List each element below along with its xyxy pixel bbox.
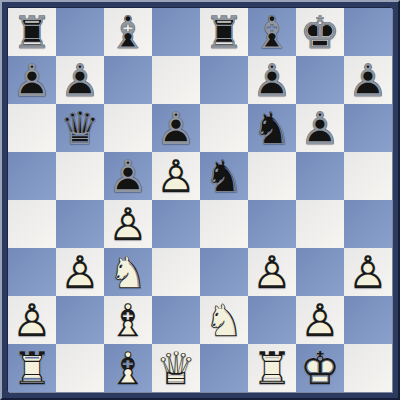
square-a8[interactable]: ♜♖ [8, 8, 56, 56]
black-king-icon: ♚ [296, 8, 344, 56]
black-pawn-outline-icon: ♙ [152, 104, 200, 152]
square-d3[interactable] [152, 248, 200, 296]
square-f2[interactable] [248, 296, 296, 344]
black-rook-icon: ♜ [8, 8, 56, 56]
white-bishop-outline-icon: ♗ [104, 296, 152, 344]
square-f3[interactable]: ♟♙ [248, 248, 296, 296]
black-pawn-outline-icon: ♙ [8, 56, 56, 104]
white-bishop-icon: ♝ [104, 344, 152, 392]
black-pawn-icon: ♟ [56, 56, 104, 104]
black-queen-icon: ♛ [56, 104, 104, 152]
black-pawn-outline-icon: ♙ [296, 104, 344, 152]
square-g6[interactable]: ♟♙ [296, 104, 344, 152]
square-b6[interactable]: ♛♕ [56, 104, 104, 152]
black-pawn-icon: ♟ [344, 56, 392, 104]
square-d2[interactable] [152, 296, 200, 344]
white-pawn-outline-icon: ♙ [8, 296, 56, 344]
square-h3[interactable]: ♟♙ [344, 248, 392, 296]
white-knight-icon: ♞ [200, 296, 248, 344]
square-g3[interactable] [296, 248, 344, 296]
white-knight-outline-icon: ♘ [104, 248, 152, 296]
white-rook-icon: ♜ [248, 344, 296, 392]
black-rook-outline-icon: ♖ [8, 8, 56, 56]
square-a6[interactable] [8, 104, 56, 152]
square-b7[interactable]: ♟♙ [56, 56, 104, 104]
black-knight-icon: ♞ [200, 152, 248, 200]
square-h2[interactable] [344, 296, 392, 344]
square-a3[interactable] [8, 248, 56, 296]
square-b4[interactable] [56, 200, 104, 248]
square-h8[interactable] [344, 8, 392, 56]
square-c4[interactable]: ♟♙ [104, 200, 152, 248]
black-pawn-outline-icon: ♙ [56, 56, 104, 104]
white-king-outline-icon: ♔ [296, 344, 344, 392]
white-rook-outline-icon: ♖ [8, 344, 56, 392]
square-e2[interactable]: ♞♘ [200, 296, 248, 344]
white-knight-icon: ♞ [104, 248, 152, 296]
white-pawn-outline-icon: ♙ [104, 200, 152, 248]
black-queen-outline-icon: ♕ [56, 104, 104, 152]
square-f5[interactable] [248, 152, 296, 200]
square-d8[interactable] [152, 8, 200, 56]
square-c1[interactable]: ♝♗ [104, 344, 152, 392]
square-h7[interactable]: ♟♙ [344, 56, 392, 104]
square-c3[interactable]: ♞♘ [104, 248, 152, 296]
square-e5[interactable]: ♞♘ [200, 152, 248, 200]
square-g2[interactable]: ♟♙ [296, 296, 344, 344]
black-knight-icon: ♞ [248, 104, 296, 152]
white-pawn-icon: ♟ [56, 248, 104, 296]
square-a2[interactable]: ♟♙ [8, 296, 56, 344]
square-c5[interactable]: ♟♙ [104, 152, 152, 200]
square-f6[interactable]: ♞♘ [248, 104, 296, 152]
white-pawn-icon: ♟ [296, 296, 344, 344]
square-c7[interactable] [104, 56, 152, 104]
square-d6[interactable]: ♟♙ [152, 104, 200, 152]
black-pawn-outline-icon: ♙ [104, 152, 152, 200]
black-rook-icon: ♜ [200, 8, 248, 56]
black-pawn-icon: ♟ [248, 56, 296, 104]
square-g5[interactable] [296, 152, 344, 200]
black-pawn-outline-icon: ♙ [248, 56, 296, 104]
square-h4[interactable] [344, 200, 392, 248]
white-rook-outline-icon: ♖ [248, 344, 296, 392]
white-queen-outline-icon: ♕ [152, 344, 200, 392]
square-a4[interactable] [8, 200, 56, 248]
chess-board-frame: ♜♖♝♗♜♖♝♗♚♔♟♙♟♙♟♙♟♙♛♕♟♙♞♘♟♙♟♙♟♙♞♘♟♙♟♙♞♘♟♙… [0, 0, 400, 400]
square-e1[interactable] [200, 344, 248, 392]
white-bishop-outline-icon: ♗ [104, 344, 152, 392]
white-pawn-icon: ♟ [344, 248, 392, 296]
white-pawn-icon: ♟ [8, 296, 56, 344]
square-a7[interactable]: ♟♙ [8, 56, 56, 104]
black-bishop-icon: ♝ [248, 8, 296, 56]
square-e3[interactable] [200, 248, 248, 296]
square-e6[interactable] [200, 104, 248, 152]
square-e8[interactable]: ♜♖ [200, 8, 248, 56]
black-pawn-outline-icon: ♙ [344, 56, 392, 104]
square-d4[interactable] [152, 200, 200, 248]
square-a5[interactable] [8, 152, 56, 200]
square-d5[interactable]: ♟♙ [152, 152, 200, 200]
black-pawn-icon: ♟ [104, 152, 152, 200]
white-pawn-outline-icon: ♙ [296, 296, 344, 344]
white-pawn-outline-icon: ♙ [56, 248, 104, 296]
square-f4[interactable] [248, 200, 296, 248]
white-pawn-icon: ♟ [152, 152, 200, 200]
white-pawn-icon: ♟ [248, 248, 296, 296]
square-d7[interactable] [152, 56, 200, 104]
black-pawn-icon: ♟ [8, 56, 56, 104]
square-e4[interactable] [200, 200, 248, 248]
square-c6[interactable] [104, 104, 152, 152]
black-bishop-icon: ♝ [104, 8, 152, 56]
white-pawn-outline-icon: ♙ [344, 248, 392, 296]
white-rook-icon: ♜ [8, 344, 56, 392]
black-king-outline-icon: ♔ [296, 8, 344, 56]
square-d1[interactable]: ♛♕ [152, 344, 200, 392]
square-f1[interactable]: ♜♖ [248, 344, 296, 392]
white-bishop-icon: ♝ [104, 296, 152, 344]
square-a1[interactable]: ♜♖ [8, 344, 56, 392]
square-f7[interactable]: ♟♙ [248, 56, 296, 104]
square-g4[interactable] [296, 200, 344, 248]
black-bishop-outline-icon: ♗ [104, 8, 152, 56]
black-bishop-outline-icon: ♗ [248, 8, 296, 56]
square-b1[interactable] [56, 344, 104, 392]
black-knight-outline-icon: ♘ [200, 152, 248, 200]
chess-board: ♜♖♝♗♜♖♝♗♚♔♟♙♟♙♟♙♟♙♛♕♟♙♞♘♟♙♟♙♟♙♞♘♟♙♟♙♞♘♟♙… [8, 8, 392, 392]
white-pawn-outline-icon: ♙ [152, 152, 200, 200]
white-pawn-outline-icon: ♙ [248, 248, 296, 296]
square-h5[interactable] [344, 152, 392, 200]
black-pawn-icon: ♟ [296, 104, 344, 152]
square-f8[interactable]: ♝♗ [248, 8, 296, 56]
black-knight-outline-icon: ♘ [248, 104, 296, 152]
square-g1[interactable]: ♚♔ [296, 344, 344, 392]
square-b8[interactable] [56, 8, 104, 56]
white-queen-icon: ♛ [152, 344, 200, 392]
white-pawn-icon: ♟ [104, 200, 152, 248]
square-b5[interactable] [56, 152, 104, 200]
square-c8[interactable]: ♝♗ [104, 8, 152, 56]
white-king-icon: ♚ [296, 344, 344, 392]
square-g8[interactable]: ♚♔ [296, 8, 344, 56]
square-g7[interactable] [296, 56, 344, 104]
square-c2[interactable]: ♝♗ [104, 296, 152, 344]
square-b3[interactable]: ♟♙ [56, 248, 104, 296]
black-pawn-icon: ♟ [152, 104, 200, 152]
square-b2[interactable] [56, 296, 104, 344]
black-rook-outline-icon: ♖ [200, 8, 248, 56]
square-h1[interactable] [344, 344, 392, 392]
square-e7[interactable] [200, 56, 248, 104]
square-h6[interactable] [344, 104, 392, 152]
white-knight-outline-icon: ♘ [200, 296, 248, 344]
